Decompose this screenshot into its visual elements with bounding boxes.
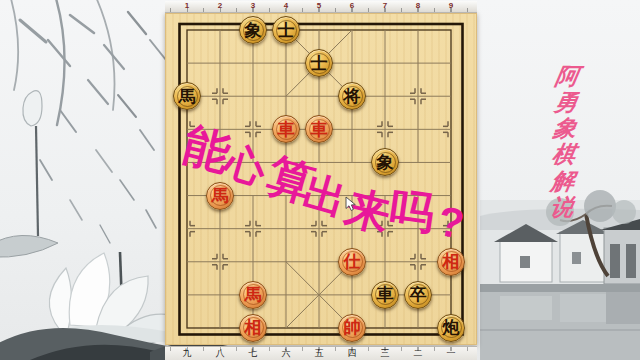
piece-black-士[interactable]: 士 [272,16,300,44]
caption-char: 棋 [550,143,577,166]
ruler-number-6: 6 [350,1,354,10]
file-label-7: 三 [381,349,390,358]
caption-char: 说 [548,196,575,219]
file-label-4: 六 [282,349,291,358]
piece-glyph: 馬 [245,286,262,303]
file-label-1: 九 [183,349,192,358]
piece-glyph: 仕 [344,253,361,270]
ruler-number-7: 7 [383,1,387,10]
piece-glyph: 士 [311,54,328,71]
caption-char: 勇 [552,91,579,114]
file-label-2: 八 [216,349,225,358]
piece-black-車[interactable]: 車 [371,281,399,309]
piece-black-象[interactable]: 象 [239,16,267,44]
ruler-number-9: 9 [449,1,453,10]
piece-red-馬[interactable]: 馬 [206,182,234,210]
overlay-char: 吗 [387,186,437,236]
top-ruler: 123456789 [165,1,477,13]
piece-red-相[interactable]: 相 [239,314,267,342]
caption-char: 解 [549,170,576,193]
piece-glyph: 相 [443,253,460,270]
piece-red-相[interactable]: 相 [437,248,465,276]
file-label-9: 一 [447,349,456,358]
piece-glyph: 車 [311,120,328,137]
caption-char: 象 [551,117,578,140]
file-label-3: 七 [249,349,258,358]
lotus-leaf [0,235,58,257]
piece-glyph: 象 [377,153,394,170]
piece-glyph: 馬 [212,187,229,204]
ruler-number-1: 1 [185,1,189,10]
piece-glyph: 炮 [443,319,460,336]
piece-glyph: 士 [278,21,295,38]
piece-black-士[interactable]: 士 [305,49,333,77]
piece-glyph: 車 [278,120,295,137]
piece-glyph: 馬 [179,87,196,104]
piece-red-仕[interactable]: 仕 [338,248,366,276]
file-label-8: 二 [414,349,423,358]
ruler-number-8: 8 [416,1,420,10]
piece-red-帥[interactable]: 帥 [338,314,366,342]
ruler-number-5: 5 [317,1,321,10]
piece-glyph: 象 [245,21,262,38]
piece-black-炮[interactable]: 炮 [437,314,465,342]
piece-glyph: 卒 [410,286,427,303]
piece-glyph: 帥 [344,319,361,336]
ruler-number-3: 3 [251,1,255,10]
ruler-number-2: 2 [218,1,222,10]
mouse-cursor [345,196,357,212]
piece-red-馬[interactable]: 馬 [239,281,267,309]
file-label-6: 四 [348,349,357,358]
piece-black-卒[interactable]: 卒 [404,281,432,309]
piece-glyph: 将 [344,87,361,104]
file-label-5: 五 [315,349,324,358]
piece-glyph: 相 [245,319,262,336]
caption-char: 阿 [553,65,580,88]
bottom-file-labels: 九八七六五四三二一 [165,346,477,360]
piece-glyph: 車 [377,286,394,303]
ruler-number-4: 4 [284,1,288,10]
